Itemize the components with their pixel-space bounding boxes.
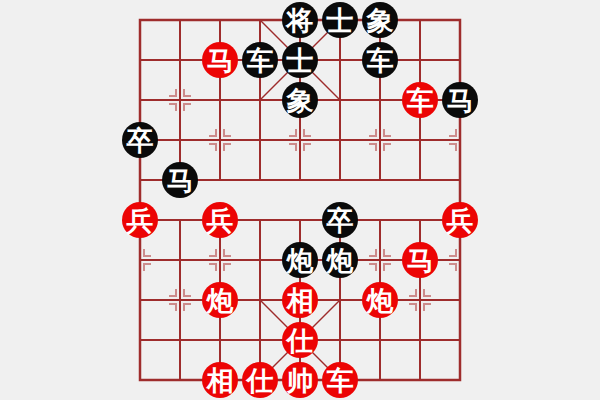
black-horse[interactable]: 马	[442, 82, 478, 118]
black-horse[interactable]: 马	[162, 162, 198, 198]
red-advisor[interactable]: 仕	[282, 322, 318, 358]
black-soldier[interactable]: 卒	[122, 122, 158, 158]
black-advisor[interactable]: 士	[282, 42, 318, 78]
black-cannon[interactable]: 炮	[322, 242, 358, 278]
black-elephant[interactable]: 象	[282, 82, 318, 118]
red-cannon[interactable]: 炮	[362, 282, 398, 318]
black-soldier[interactable]: 卒	[322, 202, 358, 238]
red-cannon[interactable]: 炮	[202, 282, 238, 318]
red-general[interactable]: 帅	[282, 362, 318, 398]
black-cannon[interactable]: 炮	[282, 242, 318, 278]
red-horse[interactable]: 马	[402, 242, 438, 278]
red-chariot[interactable]: 车	[322, 362, 358, 398]
black-chariot[interactable]: 车	[362, 42, 398, 78]
black-elephant[interactable]: 象	[362, 2, 398, 38]
red-soldier[interactable]: 兵	[442, 202, 478, 238]
red-elephant[interactable]: 相	[282, 282, 318, 318]
red-horse[interactable]: 马	[202, 42, 238, 78]
black-general[interactable]: 将	[282, 2, 318, 38]
red-elephant[interactable]: 相	[202, 362, 238, 398]
black-chariot[interactable]: 车	[242, 42, 278, 78]
red-advisor[interactable]: 仕	[242, 362, 278, 398]
red-soldier[interactable]: 兵	[122, 202, 158, 238]
xiangqi-board: 将士象马车士车象车马卒马兵兵卒兵炮炮马炮相炮仕相仕帅车	[0, 0, 600, 400]
red-soldier[interactable]: 兵	[202, 202, 238, 238]
black-advisor[interactable]: 士	[322, 2, 358, 38]
red-chariot[interactable]: 车	[402, 82, 438, 118]
